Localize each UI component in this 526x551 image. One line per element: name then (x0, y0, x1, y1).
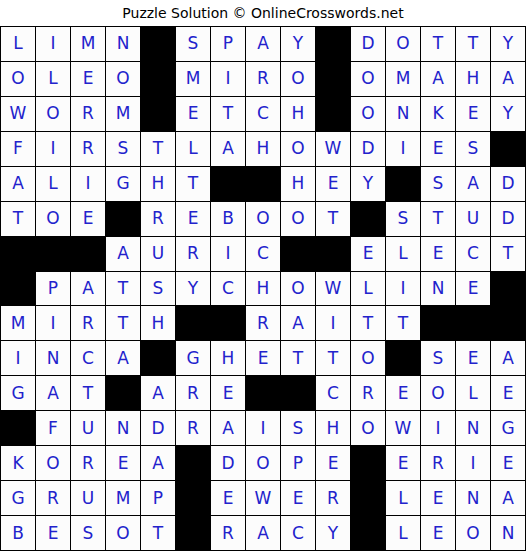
letter-cell: Y (491, 27, 525, 61)
letter-cell: H (281, 97, 315, 131)
letter-cell: I (36, 306, 70, 340)
letter-cell: S (421, 341, 455, 375)
letter-cell: H (246, 272, 280, 306)
letter-cell: A (246, 27, 280, 61)
letter-cell: E (351, 237, 385, 271)
letter-cell: A (281, 306, 315, 340)
letter-cell: E (106, 446, 140, 480)
black-cell (71, 237, 105, 271)
letter-cell: A (491, 481, 525, 515)
letter-cell: I (386, 132, 420, 166)
letter-cell: E (316, 167, 350, 201)
letter-cell: L (36, 167, 70, 201)
black-cell (141, 62, 175, 96)
letter-cell: R (246, 306, 280, 340)
black-cell (491, 306, 525, 340)
letter-cell: A (36, 376, 70, 410)
black-cell (421, 306, 455, 340)
crossword-grid: LIMNSPAYDOTTYOLEOMIROOMAHAWORMETCHONKEYF… (0, 26, 526, 551)
letter-cell: T (141, 516, 175, 550)
letter-cell: T (351, 306, 385, 340)
black-cell (1, 272, 35, 306)
black-cell (36, 237, 70, 271)
black-cell (316, 97, 350, 131)
letter-cell: L (386, 237, 420, 271)
page-title: Puzzle Solution © OnlineCrosswords.net (0, 0, 526, 26)
black-cell (176, 516, 210, 550)
letter-cell: E (71, 62, 105, 96)
letter-cell: T (106, 306, 140, 340)
letter-cell: T (316, 202, 350, 236)
letter-cell: U (71, 411, 105, 445)
letter-cell: W (316, 132, 350, 166)
letter-cell: R (71, 132, 105, 166)
letter-cell: S (386, 202, 420, 236)
black-cell (491, 272, 525, 306)
letter-cell: P (36, 272, 70, 306)
letter-cell: F (36, 411, 70, 445)
letter-cell: T (71, 376, 105, 410)
black-cell (141, 97, 175, 131)
black-cell (246, 376, 280, 410)
letter-cell: S (456, 132, 490, 166)
black-cell (211, 167, 245, 201)
letter-cell: C (316, 376, 350, 410)
black-cell (246, 167, 280, 201)
letter-cell: O (246, 202, 280, 236)
letter-cell: T (176, 167, 210, 201)
letter-cell: N (386, 97, 420, 131)
letter-cell: D (351, 132, 385, 166)
letter-cell: E (36, 516, 70, 550)
letter-cell: T (316, 341, 350, 375)
black-cell (351, 446, 385, 480)
letter-cell: M (106, 481, 140, 515)
letter-cell: Y (176, 272, 210, 306)
letter-cell: Y (491, 97, 525, 131)
letter-cell: R (176, 237, 210, 271)
letter-cell: R (176, 411, 210, 445)
letter-cell: C (246, 237, 280, 271)
letter-cell: A (141, 376, 175, 410)
letter-cell: G (106, 167, 140, 201)
letter-cell: B (1, 516, 35, 550)
letter-cell: M (176, 62, 210, 96)
black-cell (386, 167, 420, 201)
black-cell (106, 202, 140, 236)
letter-cell: O (456, 516, 490, 550)
letter-cell: O (351, 411, 385, 445)
letter-cell: S (281, 411, 315, 445)
letter-cell: O (281, 132, 315, 166)
letter-cell: C (211, 272, 245, 306)
black-cell (1, 237, 35, 271)
black-cell (141, 341, 175, 375)
black-cell (316, 237, 350, 271)
letter-cell: W (246, 481, 280, 515)
letter-cell: I (246, 411, 280, 445)
letter-cell: A (456, 167, 490, 201)
letter-cell: E (316, 446, 350, 480)
letter-cell: I (421, 411, 455, 445)
letter-cell: D (351, 27, 385, 61)
letter-cell: I (211, 62, 245, 96)
black-cell (491, 132, 525, 166)
black-cell (211, 306, 245, 340)
letter-cell: P (211, 27, 245, 61)
letter-cell: O (421, 376, 455, 410)
black-cell (176, 306, 210, 340)
letter-cell: T (421, 27, 455, 61)
letter-cell: N (106, 411, 140, 445)
letter-cell: O (351, 97, 385, 131)
letter-cell: P (281, 446, 315, 480)
letter-cell: L (386, 481, 420, 515)
letter-cell: W (386, 411, 420, 445)
letter-cell: D (141, 411, 175, 445)
black-cell (106, 376, 140, 410)
letter-cell: L (351, 272, 385, 306)
black-cell (281, 237, 315, 271)
letter-cell: O (351, 62, 385, 96)
letter-cell: E (421, 481, 455, 515)
letter-cell: S (176, 27, 210, 61)
black-cell (456, 306, 490, 340)
letter-cell: R (36, 481, 70, 515)
letter-cell: A (491, 62, 525, 96)
letter-cell: H (246, 132, 280, 166)
letter-cell: D (211, 446, 245, 480)
letter-cell: K (1, 446, 35, 480)
black-cell (351, 481, 385, 515)
letter-cell: H (141, 306, 175, 340)
letter-cell: R (351, 376, 385, 410)
letter-cell: D (491, 202, 525, 236)
letter-cell: E (491, 376, 525, 410)
letter-cell: W (316, 272, 350, 306)
black-cell (316, 62, 350, 96)
letter-cell: N (456, 411, 490, 445)
letter-cell: O (36, 202, 70, 236)
letter-cell: I (1, 341, 35, 375)
letter-cell: E (386, 446, 420, 480)
letter-cell: O (281, 62, 315, 96)
letter-cell: T (456, 27, 490, 61)
letter-cell: N (456, 481, 490, 515)
letter-cell: D (491, 167, 525, 201)
letter-cell: H (456, 62, 490, 96)
black-cell (1, 411, 35, 445)
letter-cell: T (491, 237, 525, 271)
letter-cell: I (211, 237, 245, 271)
letter-cell: E (456, 341, 490, 375)
letter-cell: C (246, 97, 280, 131)
letter-cell: O (106, 516, 140, 550)
letter-cell: R (141, 202, 175, 236)
letter-cell: L (386, 516, 420, 550)
letter-cell: G (176, 341, 210, 375)
letter-cell: I (71, 167, 105, 201)
letter-cell: A (211, 132, 245, 166)
letter-cell: C (281, 516, 315, 550)
letter-cell: F (1, 132, 35, 166)
letter-cell: Y (281, 27, 315, 61)
letter-cell: E (281, 481, 315, 515)
letter-cell: A (491, 341, 525, 375)
letter-cell: T (386, 306, 420, 340)
letter-cell: S (106, 132, 140, 166)
letter-cell: U (71, 481, 105, 515)
letter-cell: E (386, 376, 420, 410)
letter-cell: E (211, 376, 245, 410)
letter-cell: T (281, 341, 315, 375)
letter-cell: I (316, 306, 350, 340)
letter-cell: A (71, 272, 105, 306)
letter-cell: E (421, 132, 455, 166)
letter-cell: E (176, 97, 210, 131)
letter-cell: O (246, 446, 280, 480)
letter-cell: Y (351, 167, 385, 201)
letter-cell: R (211, 516, 245, 550)
letter-cell: A (106, 341, 140, 375)
black-cell (386, 341, 420, 375)
letter-cell: C (456, 237, 490, 271)
letter-cell: P (141, 481, 175, 515)
letter-cell: R (421, 446, 455, 480)
letter-cell: A (246, 516, 280, 550)
letter-cell: E (456, 272, 490, 306)
letter-cell: H (316, 411, 350, 445)
letter-cell: M (386, 62, 420, 96)
letter-cell: R (176, 376, 210, 410)
letter-cell: O (281, 272, 315, 306)
letter-cell: S (421, 167, 455, 201)
letter-cell: E (456, 97, 490, 131)
letter-cell: R (71, 306, 105, 340)
letter-cell: I (36, 27, 70, 61)
letter-cell: O (36, 446, 70, 480)
letter-cell: E (421, 516, 455, 550)
letter-cell: S (141, 272, 175, 306)
letter-cell: T (421, 202, 455, 236)
black-cell (351, 202, 385, 236)
letter-cell: G (1, 481, 35, 515)
letter-cell: O (1, 62, 35, 96)
letter-cell: O (36, 97, 70, 131)
letter-cell: A (421, 62, 455, 96)
letter-cell: I (386, 272, 420, 306)
letter-cell: N (106, 27, 140, 61)
letter-cell: A (106, 237, 140, 271)
letter-cell: M (71, 27, 105, 61)
black-cell (351, 516, 385, 550)
letter-cell: G (491, 411, 525, 445)
letter-cell: C (71, 341, 105, 375)
letter-cell: I (456, 446, 490, 480)
letter-cell: W (1, 97, 35, 131)
letter-cell: N (36, 341, 70, 375)
letter-cell: L (1, 27, 35, 61)
puzzle-solution-page: Puzzle Solution © OnlineCrosswords.net L… (0, 0, 526, 551)
letter-cell: L (456, 376, 490, 410)
letter-cell: T (211, 97, 245, 131)
black-cell (316, 27, 350, 61)
letter-cell: O (106, 62, 140, 96)
letter-cell: T (1, 202, 35, 236)
black-cell (176, 446, 210, 480)
letter-cell: U (456, 202, 490, 236)
letter-cell: H (281, 167, 315, 201)
black-cell (141, 27, 175, 61)
letter-cell: B (211, 202, 245, 236)
letter-cell: T (106, 272, 140, 306)
letter-cell: M (106, 97, 140, 131)
letter-cell: R (71, 97, 105, 131)
letter-cell: U (141, 237, 175, 271)
black-cell (281, 376, 315, 410)
black-cell (176, 481, 210, 515)
letter-cell: E (246, 341, 280, 375)
letter-cell: O (281, 202, 315, 236)
letter-cell: L (36, 62, 70, 96)
letter-cell: E (211, 481, 245, 515)
letter-cell: O (386, 27, 420, 61)
letter-cell: S (71, 516, 105, 550)
letter-cell: O (351, 341, 385, 375)
letter-cell: L (176, 132, 210, 166)
letter-cell: R (316, 481, 350, 515)
letter-cell: K (421, 97, 455, 131)
letter-cell: T (141, 132, 175, 166)
letter-cell: E (176, 202, 210, 236)
letter-cell: N (491, 516, 525, 550)
letter-cell: R (71, 446, 105, 480)
letter-cell: G (1, 376, 35, 410)
letter-cell: E (71, 202, 105, 236)
letter-cell: N (421, 272, 455, 306)
letter-cell: E (491, 446, 525, 480)
letter-cell: A (141, 446, 175, 480)
letter-cell: A (211, 411, 245, 445)
letter-cell: H (211, 341, 245, 375)
letter-cell: I (36, 132, 70, 166)
letter-cell: E (421, 237, 455, 271)
letter-cell: A (1, 167, 35, 201)
letter-cell: M (1, 306, 35, 340)
letter-cell: Y (316, 516, 350, 550)
letter-cell: R (246, 62, 280, 96)
letter-cell: H (141, 167, 175, 201)
